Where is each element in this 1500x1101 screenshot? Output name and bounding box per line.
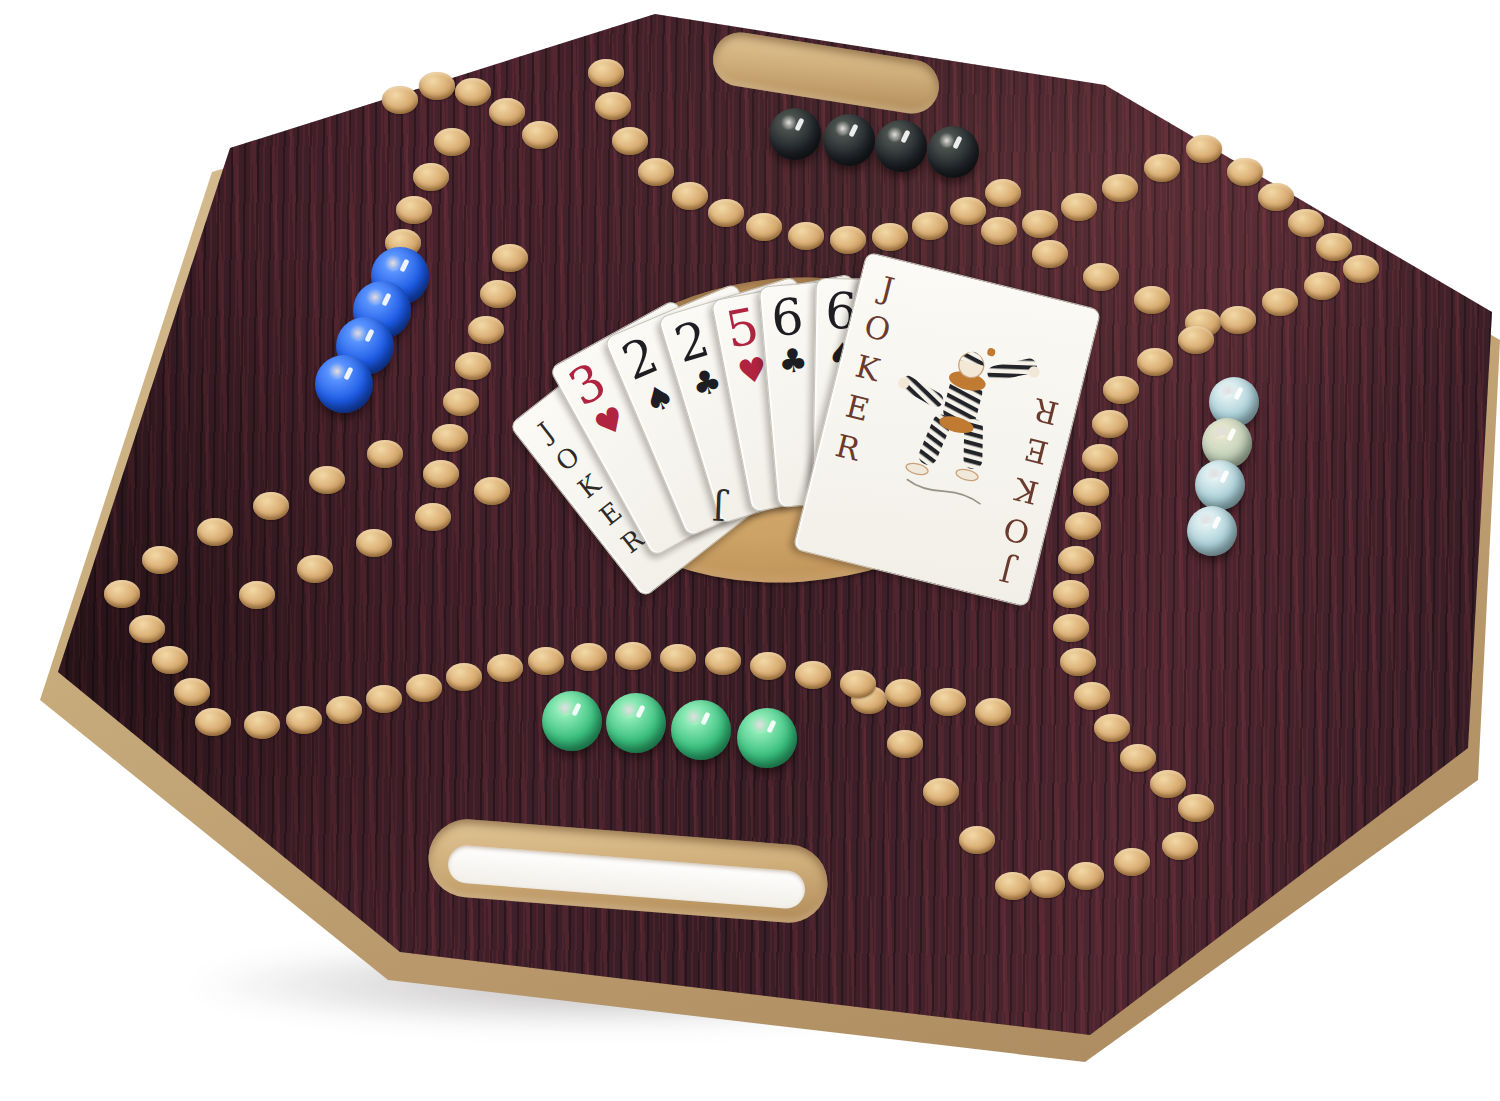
- partial-card-index-j: J: [711, 488, 726, 528]
- board-photo-stage: JOKER3♥2♠2♣5♥6♣♣♣♣6♠5♦3♦JJOKERJOKER: [0, 0, 1500, 1101]
- card-suit: ♥: [589, 400, 631, 443]
- cards-layer: JOKER3♥2♠2♣5♥6♣♣♣♣6♠5♦3♦JJOKERJOKER: [0, 0, 1500, 1101]
- card-rank: 5: [722, 300, 764, 355]
- card-suit: ♠: [639, 377, 679, 419]
- card-suit: ♣: [688, 363, 726, 403]
